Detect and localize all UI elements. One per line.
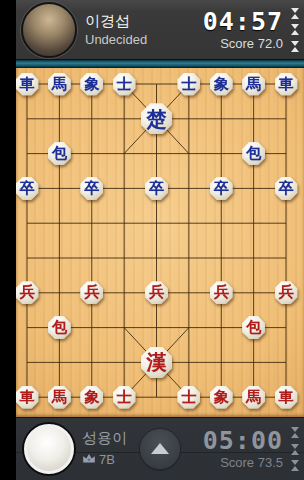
bottom-hourglass-group (286, 426, 304, 472)
top-player-name: 이경섭 (85, 13, 147, 29)
piece-red-soldier[interactable]: 兵 (275, 281, 298, 304)
chevron-up-icon (151, 443, 169, 454)
piece-red-guard[interactable]: 士 (113, 386, 136, 409)
hourglass-icon (291, 426, 300, 439)
piece-red-elephant[interactable]: 象 (210, 386, 233, 409)
piece-red-soldier[interactable]: 兵 (80, 281, 103, 304)
bottom-player-timer: 05:00 (203, 428, 283, 454)
piece-blue-chariot[interactable]: 車 (275, 73, 298, 96)
crown-rank-icon (82, 450, 96, 468)
hourglass-icon (291, 40, 300, 53)
hourglass-icon (291, 443, 300, 456)
piece-red-cannon[interactable]: 包 (242, 316, 265, 339)
hourglass-icon (291, 7, 300, 20)
piece-blue-soldier[interactable]: 卒 (275, 177, 298, 200)
bottom-player-score: Score 73.5 (220, 456, 283, 470)
top-hourglass-group (286, 7, 304, 53)
piece-red-cannon[interactable]: 包 (48, 316, 71, 339)
expand-panel-button[interactable] (140, 429, 180, 469)
top-player-score: Score 72.0 (220, 37, 283, 51)
bottom-player-avatar[interactable] (24, 424, 74, 474)
top-player-bar: 이경섭 Undecided 04:57 Score 72.0 (16, 0, 304, 60)
piece-red-chariot[interactable]: 車 (275, 386, 298, 409)
bottom-player-rank-badge: 7B (99, 452, 115, 467)
piece-red-soldier[interactable]: 兵 (210, 281, 233, 304)
janggi-board[interactable]: 車馬象士士象馬車楚包包卒卒卒卒卒兵兵兵兵兵包包漢車馬象士士象馬車 (16, 60, 304, 417)
piece-red-soldier[interactable]: 兵 (145, 281, 168, 304)
game-screen: 이경섭 Undecided 04:57 Score 72.0 車馬象士士象馬車楚… (16, 0, 304, 480)
piece-red-elephant[interactable]: 象 (80, 386, 103, 409)
piece-red-horse[interactable]: 馬 (242, 386, 265, 409)
bottom-player-bar: 성용이 7B 05:00 Score 73.5 (16, 417, 304, 480)
top-player-avatar[interactable] (21, 2, 77, 58)
bottom-player-name: 성용이 (82, 430, 127, 446)
hourglass-icon (291, 459, 300, 472)
piece-red-horse[interactable]: 馬 (48, 386, 71, 409)
top-player-status: Undecided (85, 33, 147, 47)
piece-red-guard[interactable]: 士 (177, 386, 200, 409)
hourglass-icon (291, 23, 300, 36)
top-player-timer: 04:57 (203, 9, 283, 35)
